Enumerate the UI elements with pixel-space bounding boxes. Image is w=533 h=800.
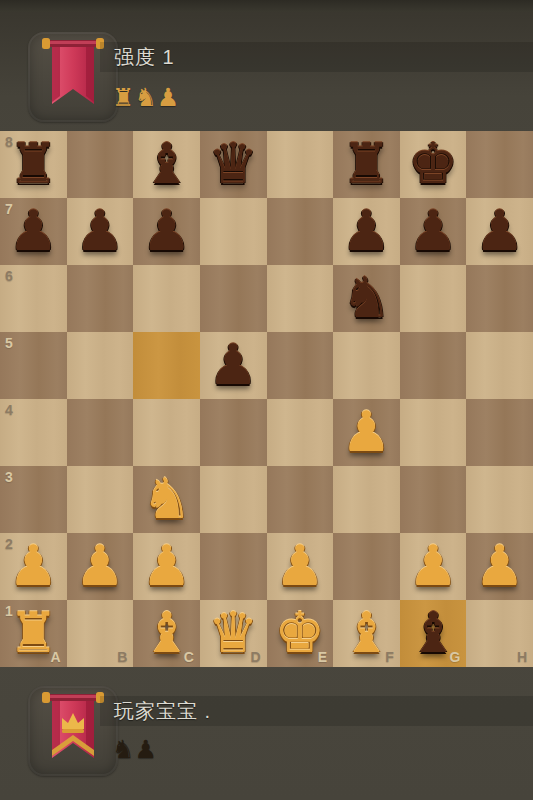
square-g7[interactable]: ♟ [400,198,467,265]
square-d1[interactable]: D♛ [200,600,267,667]
player-name-strip: 玩家宝宝 . [100,696,533,726]
square-e8[interactable] [267,131,334,198]
square-g2[interactable]: ♟ [400,533,467,600]
piece-black-king[interactable]: ♚ [400,131,467,198]
file-label-e: E [318,650,327,664]
square-g8[interactable]: ♚ [400,131,467,198]
square-b5[interactable] [67,332,134,399]
square-h6[interactable] [466,265,533,332]
piece-white-pawn[interactable]: ♟ [333,399,400,466]
file-label-c: C [184,650,194,664]
square-g1[interactable]: G♝ [400,600,467,667]
piece-black-queen[interactable]: ♛ [200,131,267,198]
rank-label-5: 5 [5,336,13,350]
square-g4[interactable] [400,399,467,466]
square-d2[interactable] [200,533,267,600]
rank-label-8: 8 [5,135,13,149]
square-d3[interactable] [200,466,267,533]
square-b2[interactable]: ♟ [67,533,134,600]
square-b6[interactable] [67,265,134,332]
square-e7[interactable] [267,198,334,265]
top-dark-band [0,0,533,12]
square-f2[interactable] [333,533,400,600]
piece-white-pawn[interactable]: ♟ [67,533,134,600]
captured-white-rook-icon: ♜ [112,84,134,112]
rank-label-7: 7 [5,202,13,216]
rank-label-3: 3 [5,470,13,484]
file-label-d: D [250,650,260,664]
square-d8[interactable]: ♛ [200,131,267,198]
square-f3[interactable] [333,466,400,533]
square-e5[interactable] [267,332,334,399]
square-e4[interactable] [267,399,334,466]
piece-black-pawn[interactable]: ♟ [400,198,467,265]
square-b4[interactable] [67,399,134,466]
piece-black-pawn[interactable]: ♟ [67,198,134,265]
square-c5[interactable] [133,332,200,399]
square-e1[interactable]: E♚ [267,600,334,667]
square-e2[interactable]: ♟ [267,533,334,600]
captured-black-pawn-icon: ♟ [134,736,156,764]
square-b8[interactable] [67,131,134,198]
square-b1[interactable]: B [67,600,134,667]
captured-white-knight-icon: ♞ [134,84,156,112]
square-d6[interactable] [200,265,267,332]
chess-app-screen: 强度 1 ♜♞♟ 8♜♝♛♜♚7♟♟♟♟♟♟6♞5♟4♟3♞2♟♟♟♟♟♟1A♜… [0,0,533,800]
square-a4[interactable]: 4 [0,399,67,466]
square-c1[interactable]: C♝ [133,600,200,667]
captured-white-pawn-icon: ♟ [157,84,179,112]
square-e3[interactable] [267,466,334,533]
piece-white-pawn[interactable]: ♟ [267,533,334,600]
square-a8[interactable]: 8♜ [0,131,67,198]
rank-label-1: 1 [5,604,13,618]
square-f1[interactable]: F♝ [333,600,400,667]
square-h5[interactable] [466,332,533,399]
player-name: 玩家宝宝 . [114,698,211,725]
square-h2[interactable]: ♟ [466,533,533,600]
piece-white-pawn[interactable]: ♟ [133,533,200,600]
square-a7[interactable]: 7♟ [0,198,67,265]
square-h7[interactable]: ♟ [466,198,533,265]
opponent-captured-tray: ♜♞♟ [112,84,179,112]
piece-black-pawn[interactable]: ♟ [466,198,533,265]
square-f6[interactable]: ♞ [333,265,400,332]
square-d5[interactable]: ♟ [200,332,267,399]
square-c7[interactable]: ♟ [133,198,200,265]
square-d4[interactable] [200,399,267,466]
square-g5[interactable] [400,332,467,399]
square-h4[interactable] [466,399,533,466]
captured-black-knight-icon: ♞ [112,736,134,764]
square-c6[interactable] [133,265,200,332]
piece-black-rook[interactable]: ♜ [333,131,400,198]
square-g6[interactable] [400,265,467,332]
square-a6[interactable]: 6 [0,265,67,332]
piece-white-pawn[interactable]: ♟ [466,533,533,600]
square-h3[interactable] [466,466,533,533]
rank-label-4: 4 [5,403,13,417]
piece-white-knight[interactable]: ♞ [133,466,200,533]
square-c2[interactable]: ♟ [133,533,200,600]
opponent-name-strip: 强度 1 [100,42,533,72]
square-e6[interactable] [267,265,334,332]
square-c8[interactable]: ♝ [133,131,200,198]
square-h8[interactable] [466,131,533,198]
file-label-f: F [385,650,394,664]
piece-black-knight[interactable]: ♞ [333,265,400,332]
square-b3[interactable] [67,466,134,533]
square-h1[interactable]: H [466,600,533,667]
file-label-a: A [51,650,61,664]
ribbon-crown-icon [40,686,106,770]
file-label-g: G [449,650,460,664]
square-f7[interactable]: ♟ [333,198,400,265]
square-d7[interactable] [200,198,267,265]
square-c4[interactable] [133,399,200,466]
square-f5[interactable] [333,332,400,399]
square-g3[interactable] [400,466,467,533]
ribbon-banner-icon [40,32,106,116]
piece-black-bishop[interactable]: ♝ [133,131,200,198]
piece-white-pawn[interactable]: ♟ [400,533,467,600]
square-f4[interactable]: ♟ [333,399,400,466]
piece-black-pawn[interactable]: ♟ [333,198,400,265]
file-label-b: B [117,650,127,664]
square-b7[interactable]: ♟ [67,198,134,265]
square-a5[interactable]: 5 [0,332,67,399]
piece-black-pawn[interactable]: ♟ [200,332,267,399]
square-a2[interactable]: 2♟ [0,533,67,600]
square-a3[interactable]: 3 [0,466,67,533]
opponent-name: 强度 1 [114,44,175,71]
rank-label-2: 2 [5,537,13,551]
square-c3[interactable]: ♞ [133,466,200,533]
rank-label-6: 6 [5,269,13,283]
square-a1[interactable]: 1A♜ [0,600,67,667]
chess-board: 8♜♝♛♜♚7♟♟♟♟♟♟6♞5♟4♟3♞2♟♟♟♟♟♟1A♜BC♝D♛E♚F♝… [0,131,533,667]
piece-black-pawn[interactable]: ♟ [133,198,200,265]
player-captured-tray: ♞♟ [112,736,157,764]
file-label-h: H [517,650,527,664]
square-f8[interactable]: ♜ [333,131,400,198]
